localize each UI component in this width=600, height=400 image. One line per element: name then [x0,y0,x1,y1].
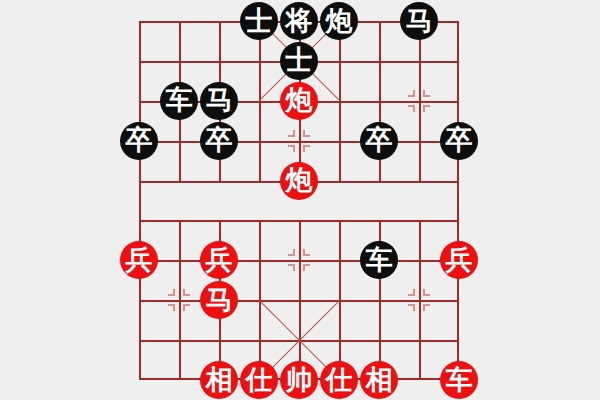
piece-black-soldier[interactable]: 卒 [120,122,158,160]
piece-red-soldier[interactable]: 兵 [440,241,478,279]
piece-black-advisor[interactable]: 士 [240,2,278,40]
piece-red-advisor[interactable]: 仕 [240,361,278,399]
pieces-layer: 士将炮马士车马炮卒卒卒卒炮兵兵车兵马相仕帅仕相车 [0,0,600,400]
xiangqi-board: 士将炮马士车马炮卒卒卒卒炮兵兵车兵马相仕帅仕相车 [0,0,600,400]
piece-black-soldier[interactable]: 卒 [440,122,478,160]
piece-red-chariot[interactable]: 车 [440,361,478,399]
piece-red-soldier[interactable]: 兵 [200,241,238,279]
piece-red-cannon[interactable]: 炮 [280,82,318,120]
piece-red-elephant[interactable]: 相 [200,361,238,399]
piece-red-general[interactable]: 帅 [280,361,318,399]
piece-black-chariot[interactable]: 车 [160,82,198,120]
piece-red-soldier[interactable]: 兵 [120,241,158,279]
piece-red-horse[interactable]: 马 [200,281,238,319]
piece-black-advisor[interactable]: 士 [280,42,318,80]
piece-black-general[interactable]: 将 [280,2,318,40]
piece-black-horse[interactable]: 马 [200,82,238,120]
piece-red-elephant[interactable]: 相 [360,361,398,399]
piece-black-soldier[interactable]: 卒 [360,122,398,160]
piece-red-advisor[interactable]: 仕 [320,361,358,399]
piece-black-chariot[interactable]: 车 [360,241,398,279]
piece-black-soldier[interactable]: 卒 [200,122,238,160]
piece-black-cannon[interactable]: 炮 [320,2,358,40]
piece-black-horse[interactable]: 马 [400,2,438,40]
piece-red-cannon[interactable]: 炮 [280,162,318,200]
